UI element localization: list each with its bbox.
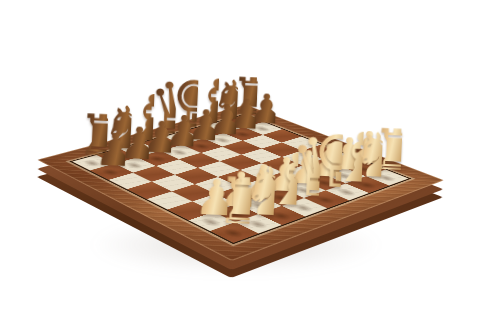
chess-set-photo: ♜♟♟♜♞♟♟♞♝♟♟♝♚♟♟♚♛♟♟♛♝♟♟♝♞♟♟♞♜♟♟♜ [0,0,480,310]
square [127,182,171,199]
piece-dark-pawn: ♟ [94,127,126,173]
square: ♜ [211,222,259,242]
piece-light-rook: ♜ [215,169,252,234]
chess-board-3d: ♜♟♟♜♞♟♟♞♝♟♟♝♚♟♟♚♛♟♟♛♝♟♟♝♞♟♟♞♜♟♟♜ [90,20,390,310]
